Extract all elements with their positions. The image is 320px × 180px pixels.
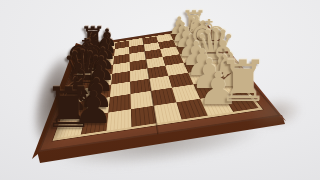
chess-scene: ♜♞♝♛♚♝♞♜♟♟♟♟♟♟♟♟♟♟♟♟♟♟♟♟♜♞♝♛♚♝♞♜ (0, 0, 320, 180)
piece-wR-a1: ♜ (218, 52, 269, 109)
piece-bP-a7: ♟ (73, 85, 113, 130)
